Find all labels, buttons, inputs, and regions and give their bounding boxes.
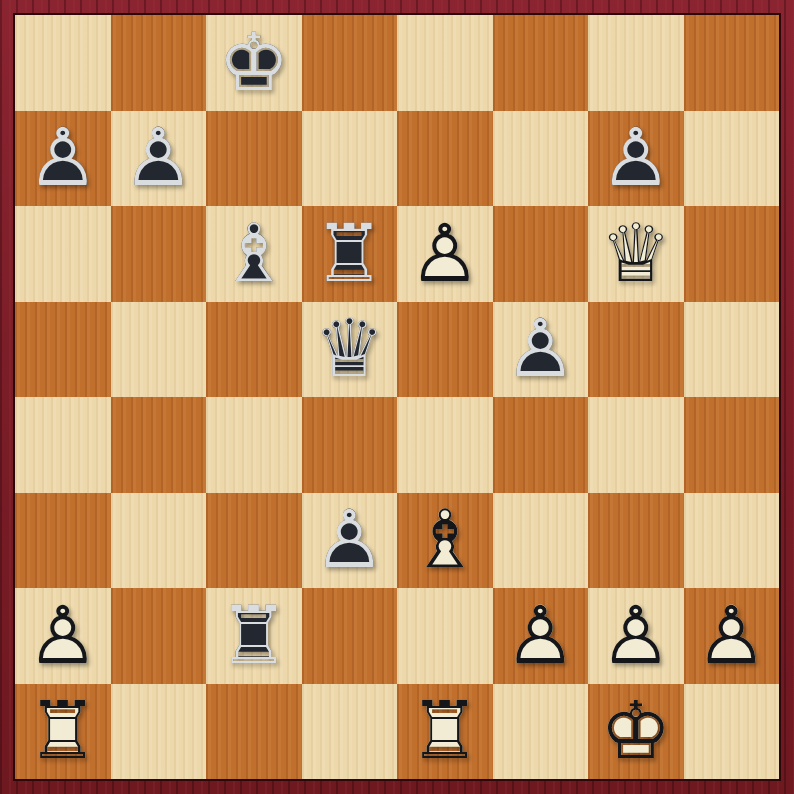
white-king-icon[interactable]: ♚♔	[588, 684, 684, 780]
black-bishop-icon[interactable]: ♝♗	[206, 206, 302, 302]
black-king-icon[interactable]: ♚♔	[206, 15, 302, 111]
square-f2[interactable]: ♟♙	[493, 588, 589, 684]
square-c5[interactable]	[206, 302, 302, 398]
piece-glyph-outline: ♗	[397, 493, 493, 589]
piece-glyph-outline: ♙	[588, 111, 684, 207]
square-e3[interactable]: ♝♗	[397, 493, 493, 589]
square-e4[interactable]	[397, 397, 493, 493]
square-e6[interactable]: ♟♙	[397, 206, 493, 302]
square-e2[interactable]	[397, 588, 493, 684]
black-queen-icon[interactable]: ♛♕	[302, 302, 398, 398]
piece-glyph-outline: ♗	[206, 206, 302, 302]
black-rook-icon[interactable]: ♜♖	[302, 206, 398, 302]
white-pawn-icon[interactable]: ♟♙	[397, 206, 493, 302]
square-c2[interactable]: ♜♖	[206, 588, 302, 684]
square-g5[interactable]	[588, 302, 684, 398]
piece-glyph-outline: ♙	[684, 588, 780, 684]
square-e1[interactable]: ♜♖	[397, 684, 493, 780]
square-b8[interactable]	[111, 15, 207, 111]
square-b6[interactable]	[111, 206, 207, 302]
square-d7[interactable]	[302, 111, 398, 207]
piece-glyph-outline: ♙	[493, 302, 589, 398]
piece-glyph-outline: ♕	[588, 206, 684, 302]
piece-glyph-outline: ♖	[15, 684, 111, 780]
black-pawn-icon[interactable]: ♟♙	[15, 111, 111, 207]
piece-glyph-outline: ♖	[397, 684, 493, 780]
square-d5[interactable]: ♛♕	[302, 302, 398, 398]
square-g1[interactable]: ♚♔	[588, 684, 684, 780]
square-b5[interactable]	[111, 302, 207, 398]
piece-glyph-outline: ♙	[397, 206, 493, 302]
white-queen-icon[interactable]: ♛♕	[588, 206, 684, 302]
square-d2[interactable]	[302, 588, 398, 684]
square-c7[interactable]	[206, 111, 302, 207]
black-pawn-icon[interactable]: ♟♙	[302, 493, 398, 589]
square-g6[interactable]: ♛♕	[588, 206, 684, 302]
piece-glyph-outline: ♖	[206, 588, 302, 684]
square-e7[interactable]	[397, 111, 493, 207]
white-bishop-icon[interactable]: ♝♗	[397, 493, 493, 589]
square-h1[interactable]	[684, 684, 780, 780]
square-g8[interactable]	[588, 15, 684, 111]
square-c3[interactable]	[206, 493, 302, 589]
square-a4[interactable]	[15, 397, 111, 493]
square-f5[interactable]: ♟♙	[493, 302, 589, 398]
square-b7[interactable]: ♟♙	[111, 111, 207, 207]
square-d3[interactable]: ♟♙	[302, 493, 398, 589]
white-rook-icon[interactable]: ♜♖	[15, 684, 111, 780]
square-c6[interactable]: ♝♗	[206, 206, 302, 302]
square-h8[interactable]	[684, 15, 780, 111]
piece-glyph-outline: ♕	[302, 302, 398, 398]
white-pawn-icon[interactable]: ♟♙	[493, 588, 589, 684]
square-f7[interactable]	[493, 111, 589, 207]
square-a1[interactable]: ♜♖	[15, 684, 111, 780]
square-a7[interactable]: ♟♙	[15, 111, 111, 207]
piece-glyph-outline: ♙	[493, 588, 589, 684]
square-h4[interactable]	[684, 397, 780, 493]
square-h6[interactable]	[684, 206, 780, 302]
white-pawn-icon[interactable]: ♟♙	[684, 588, 780, 684]
square-g4[interactable]	[588, 397, 684, 493]
square-e5[interactable]	[397, 302, 493, 398]
white-pawn-icon[interactable]: ♟♙	[588, 588, 684, 684]
square-a2[interactable]: ♟♙	[15, 588, 111, 684]
square-a8[interactable]	[15, 15, 111, 111]
piece-glyph-outline: ♖	[302, 206, 398, 302]
square-d6[interactable]: ♜♖	[302, 206, 398, 302]
white-rook-icon[interactable]: ♜♖	[397, 684, 493, 780]
chess-board: ♚♔♟♙♟♙♟♙♝♗♜♖♟♙♛♕♛♕♟♙♟♙♝♗♟♙♜♖♟♙♟♙♟♙♜♖♜♖♚♔	[13, 13, 781, 781]
square-c8[interactable]: ♚♔	[206, 15, 302, 111]
square-d8[interactable]	[302, 15, 398, 111]
square-b1[interactable]	[111, 684, 207, 780]
square-f6[interactable]	[493, 206, 589, 302]
square-c4[interactable]	[206, 397, 302, 493]
white-pawn-icon[interactable]: ♟♙	[15, 588, 111, 684]
square-a5[interactable]	[15, 302, 111, 398]
board-frame: ♚♔♟♙♟♙♟♙♝♗♜♖♟♙♛♕♛♕♟♙♟♙♝♗♟♙♜♖♟♙♟♙♟♙♜♖♜♖♚♔	[0, 0, 794, 794]
piece-glyph-outline: ♙	[111, 111, 207, 207]
piece-glyph-outline: ♙	[15, 588, 111, 684]
square-h2[interactable]: ♟♙	[684, 588, 780, 684]
square-h3[interactable]	[684, 493, 780, 589]
black-pawn-icon[interactable]: ♟♙	[111, 111, 207, 207]
piece-glyph-outline: ♔	[588, 684, 684, 780]
square-g3[interactable]	[588, 493, 684, 589]
square-b3[interactable]	[111, 493, 207, 589]
square-h7[interactable]	[684, 111, 780, 207]
square-d4[interactable]	[302, 397, 398, 493]
square-c1[interactable]	[206, 684, 302, 780]
piece-glyph-outline: ♔	[206, 15, 302, 111]
square-f4[interactable]	[493, 397, 589, 493]
square-f1[interactable]	[493, 684, 589, 780]
square-a3[interactable]	[15, 493, 111, 589]
square-a6[interactable]	[15, 206, 111, 302]
black-pawn-icon[interactable]: ♟♙	[493, 302, 589, 398]
square-g2[interactable]: ♟♙	[588, 588, 684, 684]
black-pawn-icon[interactable]: ♟♙	[588, 111, 684, 207]
piece-glyph-outline: ♙	[302, 493, 398, 589]
piece-glyph-outline: ♙	[15, 111, 111, 207]
square-b2[interactable]	[111, 588, 207, 684]
square-f3[interactable]	[493, 493, 589, 589]
square-d1[interactable]	[302, 684, 398, 780]
black-rook-icon[interactable]: ♜♖	[206, 588, 302, 684]
square-e8[interactable]	[397, 15, 493, 111]
square-g7[interactable]: ♟♙	[588, 111, 684, 207]
square-b4[interactable]	[111, 397, 207, 493]
piece-glyph-outline: ♙	[588, 588, 684, 684]
square-f8[interactable]	[493, 15, 589, 111]
square-h5[interactable]	[684, 302, 780, 398]
